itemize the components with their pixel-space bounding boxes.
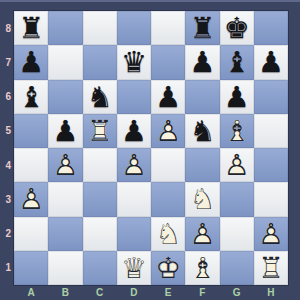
square-c5[interactable]: ♜♖ [83, 114, 117, 148]
square-a8[interactable]: ♜ [14, 11, 48, 45]
square-d4[interactable]: ♟♙ [117, 148, 151, 182]
black-pawn-glyph: ♟ [254, 45, 288, 79]
square-f7[interactable]: ♟ [185, 45, 219, 79]
piece-white-king: ♚♔ [151, 251, 185, 285]
square-e3[interactable] [151, 182, 185, 216]
white-pawn-outline: ♙ [254, 217, 288, 251]
rank-label-4: 4 [0, 148, 14, 182]
square-b6[interactable] [48, 80, 82, 114]
piece-black-king: ♚ [220, 11, 254, 45]
black-bishop-glyph: ♝ [14, 80, 48, 114]
rank-label-3: 3 [0, 182, 14, 216]
white-knight-outline: ♘ [151, 217, 185, 251]
square-d5[interactable]: ♟ [117, 114, 151, 148]
square-b7[interactable] [48, 45, 82, 79]
black-knight-glyph: ♞ [83, 80, 117, 114]
white-rook-outline: ♖ [254, 251, 288, 285]
white-pawn-glyph: ♟ [14, 182, 48, 216]
piece-black-knight: ♞ [185, 114, 219, 148]
white-rook-glyph: ♜ [254, 251, 288, 285]
white-rook-outline: ♖ [83, 114, 117, 148]
piece-white-pawn: ♟♙ [48, 148, 82, 182]
file-label-b: B [48, 285, 82, 300]
piece-black-pawn: ♟ [14, 45, 48, 79]
square-a3[interactable]: ♟♙ [14, 182, 48, 216]
file-label-g: G [220, 285, 254, 300]
white-pawn-glyph: ♟ [151, 114, 185, 148]
square-g6[interactable]: ♟ [220, 80, 254, 114]
piece-black-rook: ♜ [185, 11, 219, 45]
square-h2[interactable]: ♟♙ [254, 217, 288, 251]
file-label-f: F [185, 285, 219, 300]
square-c3[interactable] [83, 182, 117, 216]
white-pawn-glyph: ♟ [117, 148, 151, 182]
square-b5[interactable]: ♟ [48, 114, 82, 148]
piece-white-knight: ♞♘ [185, 182, 219, 216]
square-e4[interactable] [151, 148, 185, 182]
rank-label-7: 7 [0, 45, 14, 79]
square-d7[interactable]: ♛ [117, 45, 151, 79]
piece-black-queen: ♛ [117, 45, 151, 79]
square-d3[interactable] [117, 182, 151, 216]
square-f5[interactable]: ♞ [185, 114, 219, 148]
square-d8[interactable] [117, 11, 151, 45]
white-king-outline: ♔ [151, 251, 185, 285]
file-label-a: A [14, 285, 48, 300]
rank-label-1: 1 [0, 251, 14, 285]
square-h6[interactable] [254, 80, 288, 114]
square-g4[interactable]: ♟♙ [220, 148, 254, 182]
square-c7[interactable] [83, 45, 117, 79]
white-pawn-outline: ♙ [185, 217, 219, 251]
square-b4[interactable]: ♟♙ [48, 148, 82, 182]
piece-white-pawn: ♟♙ [14, 182, 48, 216]
piece-white-bishop: ♝♗ [220, 114, 254, 148]
square-a2[interactable] [14, 217, 48, 251]
black-pawn-glyph: ♟ [151, 80, 185, 114]
square-a5[interactable] [14, 114, 48, 148]
black-bishop-glyph: ♝ [220, 45, 254, 79]
square-c4[interactable] [83, 148, 117, 182]
piece-white-bishop: ♝♗ [185, 251, 219, 285]
square-g1[interactable] [220, 251, 254, 285]
piece-white-pawn: ♟♙ [220, 148, 254, 182]
piece-white-pawn: ♟♙ [117, 148, 151, 182]
black-pawn-glyph: ♟ [185, 45, 219, 79]
piece-white-knight: ♞♘ [151, 217, 185, 251]
square-g8[interactable]: ♚ [220, 11, 254, 45]
rank-labels: 87654321 [0, 11, 14, 285]
file-label-e: E [151, 285, 185, 300]
rank-label-2: 2 [0, 217, 14, 251]
square-h3[interactable] [254, 182, 288, 216]
white-queen-glyph: ♛ [117, 251, 151, 285]
white-bishop-glyph: ♝ [185, 251, 219, 285]
piece-white-pawn: ♟♙ [254, 217, 288, 251]
rank-label-6: 6 [0, 80, 14, 114]
black-rook-glyph: ♜ [14, 11, 48, 45]
white-pawn-outline: ♙ [151, 114, 185, 148]
square-d6[interactable] [117, 80, 151, 114]
square-a6[interactable]: ♝ [14, 80, 48, 114]
black-king-glyph: ♚ [220, 11, 254, 45]
square-g7[interactable]: ♝ [220, 45, 254, 79]
square-h4[interactable] [254, 148, 288, 182]
square-e8[interactable] [151, 11, 185, 45]
square-a1[interactable] [14, 251, 48, 285]
piece-black-bishop: ♝ [14, 80, 48, 114]
square-h7[interactable]: ♟ [254, 45, 288, 79]
square-c2[interactable] [83, 217, 117, 251]
white-bishop-outline: ♗ [220, 114, 254, 148]
white-pawn-outline: ♙ [48, 148, 82, 182]
file-labels: ABCDEFGH [14, 285, 288, 300]
square-b3[interactable] [48, 182, 82, 216]
piece-white-rook: ♜♖ [83, 114, 117, 148]
square-d1[interactable]: ♛♕ [117, 251, 151, 285]
piece-black-knight: ♞ [83, 80, 117, 114]
white-pawn-outline: ♙ [220, 148, 254, 182]
file-label-h: H [254, 285, 288, 300]
square-b2[interactable] [48, 217, 82, 251]
square-c6[interactable]: ♞ [83, 80, 117, 114]
white-pawn-outline: ♙ [117, 148, 151, 182]
white-knight-glyph: ♞ [185, 182, 219, 216]
square-f2[interactable]: ♟♙ [185, 217, 219, 251]
piece-black-pawn: ♟ [117, 114, 151, 148]
square-e2[interactable]: ♞♘ [151, 217, 185, 251]
square-e1[interactable]: ♚♔ [151, 251, 185, 285]
black-rook-glyph: ♜ [185, 11, 219, 45]
square-d2[interactable] [117, 217, 151, 251]
square-e7[interactable] [151, 45, 185, 79]
black-pawn-glyph: ♟ [48, 114, 82, 148]
square-f6[interactable] [185, 80, 219, 114]
white-pawn-glyph: ♟ [48, 148, 82, 182]
black-queen-glyph: ♛ [117, 45, 151, 79]
square-b8[interactable] [48, 11, 82, 45]
square-g2[interactable] [220, 217, 254, 251]
white-bishop-glyph: ♝ [220, 114, 254, 148]
square-g3[interactable] [220, 182, 254, 216]
white-king-glyph: ♚ [151, 251, 185, 285]
square-f4[interactable] [185, 148, 219, 182]
rank-label-5: 5 [0, 114, 14, 148]
black-pawn-glyph: ♟ [14, 45, 48, 79]
piece-white-pawn: ♟♙ [151, 114, 185, 148]
square-a4[interactable] [14, 148, 48, 182]
white-knight-outline: ♘ [185, 182, 219, 216]
file-label-d: D [117, 285, 151, 300]
chess-diagram: 87654321 ♜♜♚♟♛♟♝♟♝♞♟♟♟♜♖♟♟♙♞♝♗♟♙♟♙♟♙♟♙♞♘… [0, 0, 300, 300]
square-b1[interactable] [48, 251, 82, 285]
square-h1[interactable]: ♜♖ [254, 251, 288, 285]
piece-white-rook: ♜♖ [254, 251, 288, 285]
chess-board: ♜♜♚♟♛♟♝♟♝♞♟♟♟♜♖♟♟♙♞♝♗♟♙♟♙♟♙♟♙♞♘♞♘♟♙♟♙♛♕♚… [14, 11, 288, 285]
piece-black-pawn: ♟ [48, 114, 82, 148]
white-bishop-outline: ♗ [185, 251, 219, 285]
black-knight-glyph: ♞ [185, 114, 219, 148]
square-a7[interactable]: ♟ [14, 45, 48, 79]
square-h5[interactable] [254, 114, 288, 148]
white-pawn-glyph: ♟ [220, 148, 254, 182]
square-c8[interactable] [83, 11, 117, 45]
black-pawn-glyph: ♟ [117, 114, 151, 148]
piece-black-pawn: ♟ [254, 45, 288, 79]
square-c1[interactable] [83, 251, 117, 285]
square-e5[interactable]: ♟♙ [151, 114, 185, 148]
piece-white-pawn: ♟♙ [185, 217, 219, 251]
square-f8[interactable]: ♜ [185, 11, 219, 45]
piece-black-bishop: ♝ [220, 45, 254, 79]
white-knight-glyph: ♞ [151, 217, 185, 251]
piece-white-queen: ♛♕ [117, 251, 151, 285]
rank-label-8: 8 [0, 11, 14, 45]
white-pawn-glyph: ♟ [254, 217, 288, 251]
piece-black-pawn: ♟ [220, 80, 254, 114]
black-pawn-glyph: ♟ [220, 80, 254, 114]
white-queen-outline: ♕ [117, 251, 151, 285]
white-pawn-glyph: ♟ [185, 217, 219, 251]
file-label-c: C [83, 285, 117, 300]
square-e6[interactable]: ♟ [151, 80, 185, 114]
square-g5[interactable]: ♝♗ [220, 114, 254, 148]
square-h8[interactable] [254, 11, 288, 45]
piece-black-pawn: ♟ [151, 80, 185, 114]
white-rook-glyph: ♜ [83, 114, 117, 148]
piece-black-rook: ♜ [14, 11, 48, 45]
white-pawn-outline: ♙ [14, 182, 48, 216]
square-f1[interactable]: ♝♗ [185, 251, 219, 285]
square-f3[interactable]: ♞♘ [185, 182, 219, 216]
piece-black-pawn: ♟ [185, 45, 219, 79]
